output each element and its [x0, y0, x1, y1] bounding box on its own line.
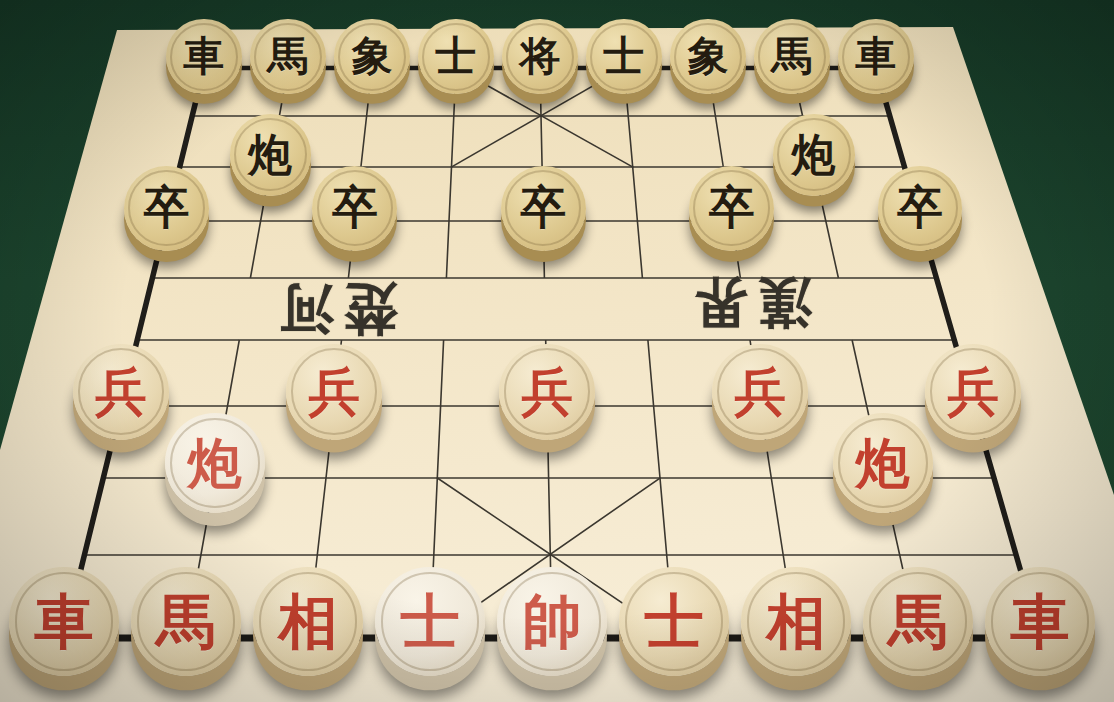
piece-red-advisor[interactable]: 士 — [619, 567, 729, 677]
piece-character: 相 — [278, 592, 337, 651]
piece-character: 兵 — [95, 366, 147, 418]
piece-character: 炮 — [248, 133, 292, 177]
piece-character: 士 — [604, 36, 645, 77]
piece-black-advisor[interactable]: 士 — [586, 19, 662, 95]
piece-character: 馬 — [268, 36, 309, 77]
piece-red-elephant[interactable]: 相 — [741, 567, 851, 677]
piece-character: 卒 — [520, 185, 566, 231]
piece-character: 兵 — [308, 366, 360, 418]
piece-character: 炮 — [792, 133, 836, 177]
piece-red-horse[interactable]: 馬 — [863, 567, 973, 677]
piece-character: 車 — [34, 592, 93, 651]
piece-black-advisor[interactable]: 士 — [418, 19, 494, 95]
piece-red-soldier[interactable]: 兵 — [73, 344, 169, 440]
piece-character: 炮 — [856, 436, 910, 490]
piece-character: 炮 — [188, 436, 242, 490]
piece-character: 士 — [436, 36, 477, 77]
piece-black-rook[interactable]: 車 — [166, 19, 242, 95]
piece-red-rook[interactable]: 車 — [9, 567, 119, 677]
piece-character: 卒 — [709, 185, 755, 231]
piece-black-cannon[interactable]: 炮 — [773, 114, 855, 196]
piece-red-horse[interactable]: 馬 — [131, 567, 241, 677]
piece-character: 車 — [856, 36, 897, 77]
piece-character: 兵 — [734, 366, 786, 418]
piece-red-cannon[interactable]: 炮 — [165, 413, 265, 513]
piece-red-soldier[interactable]: 兵 — [499, 344, 595, 440]
piece-red-cannon[interactable]: 炮 — [833, 413, 933, 513]
piece-character: 士 — [644, 592, 703, 651]
piece-black-soldier[interactable]: 卒 — [312, 166, 397, 251]
piece-character: 車 — [1010, 592, 1069, 651]
piece-red-advisor[interactable]: 士 — [375, 567, 485, 677]
piece-black-elephant[interactable]: 象 — [334, 19, 410, 95]
piece-character: 象 — [352, 36, 393, 77]
piece-red-elephant[interactable]: 相 — [253, 567, 363, 677]
piece-character: 馬 — [156, 592, 215, 651]
piece-character: 馬 — [888, 592, 947, 651]
piece-black-general[interactable]: 将 — [502, 19, 578, 95]
piece-red-soldier[interactable]: 兵 — [286, 344, 382, 440]
piece-character: 卒 — [144, 185, 190, 231]
piece-character: 士 — [400, 592, 459, 651]
piece-black-cannon[interactable]: 炮 — [230, 114, 312, 196]
piece-black-rook[interactable]: 車 — [838, 19, 914, 95]
piece-character: 卒 — [897, 185, 943, 231]
piece-black-elephant[interactable]: 象 — [670, 19, 746, 95]
piece-character: 兵 — [947, 366, 999, 418]
piece-character: 将 — [520, 36, 561, 77]
piece-character: 兵 — [521, 366, 573, 418]
piece-black-horse[interactable]: 馬 — [250, 19, 326, 95]
piece-character: 象 — [688, 36, 729, 77]
piece-character: 相 — [766, 592, 825, 651]
piece-red-general[interactable]: 帥 — [497, 567, 607, 677]
piece-red-rook[interactable]: 車 — [985, 567, 1095, 677]
piece-character: 帥 — [522, 592, 581, 651]
piece-black-soldier[interactable]: 卒 — [878, 166, 963, 251]
pieces-layer: 車馬象士将士象馬車炮炮卒卒卒卒卒兵兵兵兵兵炮炮車馬相士帥士相馬車 — [0, 0, 1114, 702]
piece-black-soldier[interactable]: 卒 — [124, 166, 209, 251]
piece-black-soldier[interactable]: 卒 — [689, 166, 774, 251]
piece-red-soldier[interactable]: 兵 — [712, 344, 808, 440]
piece-red-soldier[interactable]: 兵 — [925, 344, 1021, 440]
piece-black-soldier[interactable]: 卒 — [501, 166, 586, 251]
piece-black-horse[interactable]: 馬 — [754, 19, 830, 95]
piece-character: 卒 — [332, 185, 378, 231]
xiangqi-scene: 楚河 漢界 車馬象士将士象馬車炮炮卒卒卒卒卒兵兵兵兵兵炮炮車馬相士帥士相馬車 — [0, 0, 1114, 702]
piece-character: 馬 — [772, 36, 813, 77]
piece-character: 車 — [184, 36, 225, 77]
